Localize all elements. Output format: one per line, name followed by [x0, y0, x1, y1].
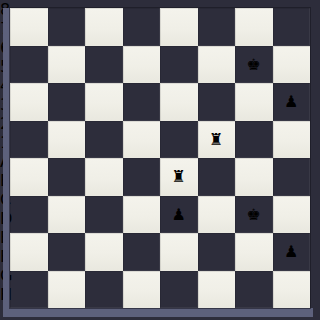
square-h4[interactable] — [273, 158, 311, 196]
square-e7[interactable] — [160, 46, 198, 84]
square-f3[interactable] — [198, 196, 236, 234]
square-d3[interactable] — [123, 196, 161, 234]
square-b5[interactable] — [48, 121, 86, 159]
square-g8[interactable] — [235, 8, 273, 46]
square-g2[interactable] — [235, 233, 273, 271]
square-f4[interactable] — [198, 158, 236, 196]
board-frame-bottom — [3, 308, 313, 317]
square-a1[interactable] — [10, 271, 48, 309]
square-e8[interactable] — [160, 8, 198, 46]
piece-black-pawn[interactable]: ♟ — [172, 205, 186, 224]
square-c5[interactable] — [85, 121, 123, 159]
square-d4[interactable] — [123, 158, 161, 196]
square-d7[interactable] — [123, 46, 161, 84]
square-e6[interactable] — [160, 83, 198, 121]
square-d2[interactable] — [123, 233, 161, 271]
square-c8[interactable] — [85, 8, 123, 46]
square-a7[interactable] — [10, 46, 48, 84]
square-c6[interactable] — [85, 83, 123, 121]
square-g1[interactable] — [235, 271, 273, 309]
square-f6[interactable] — [198, 83, 236, 121]
square-d1[interactable] — [123, 271, 161, 309]
square-b8[interactable] — [48, 8, 86, 46]
square-h8[interactable] — [273, 8, 311, 46]
piece-black-rook[interactable]: ♜ — [209, 130, 223, 149]
piece-white-pawn[interactable]: ♟ — [284, 242, 298, 261]
square-h2[interactable]: ♟ — [273, 233, 311, 271]
piece-black-king[interactable]: ♚ — [247, 55, 261, 74]
square-c1[interactable] — [85, 271, 123, 309]
square-b1[interactable] — [48, 271, 86, 309]
piece-black-pawn[interactable]: ♟ — [284, 92, 298, 111]
square-b7[interactable] — [48, 46, 86, 84]
square-e2[interactable] — [160, 233, 198, 271]
square-f2[interactable] — [198, 233, 236, 271]
square-g3[interactable]: ♚ — [235, 196, 273, 234]
square-f8[interactable] — [198, 8, 236, 46]
square-g7[interactable]: ♚ — [235, 46, 273, 84]
square-a4[interactable] — [10, 158, 48, 196]
square-b6[interactable] — [48, 83, 86, 121]
square-b2[interactable] — [48, 233, 86, 271]
square-a8[interactable] — [10, 8, 48, 46]
square-e5[interactable] — [160, 121, 198, 159]
piece-white-rook[interactable]: ♜ — [172, 167, 186, 186]
chess-diagram: 87654321 ABCDEFGH ♚♟♜♜♟♚♟ — [0, 0, 320, 320]
square-a2[interactable] — [10, 233, 48, 271]
square-e3[interactable]: ♟ — [160, 196, 198, 234]
square-g5[interactable] — [235, 121, 273, 159]
square-c3[interactable] — [85, 196, 123, 234]
square-e1[interactable] — [160, 271, 198, 309]
square-d8[interactable] — [123, 8, 161, 46]
square-h1[interactable] — [273, 271, 311, 309]
square-g4[interactable] — [235, 158, 273, 196]
square-b3[interactable] — [48, 196, 86, 234]
square-f5[interactable]: ♜ — [198, 121, 236, 159]
square-b4[interactable] — [48, 158, 86, 196]
piece-white-king[interactable]: ♚ — [247, 205, 261, 224]
square-d5[interactable] — [123, 121, 161, 159]
square-a6[interactable] — [10, 83, 48, 121]
square-h3[interactable] — [273, 196, 311, 234]
square-c7[interactable] — [85, 46, 123, 84]
square-c2[interactable] — [85, 233, 123, 271]
square-c4[interactable] — [85, 158, 123, 196]
square-f7[interactable] — [198, 46, 236, 84]
board: ♚♟♜♜♟♚♟ — [10, 8, 310, 308]
square-h5[interactable] — [273, 121, 311, 159]
square-d6[interactable] — [123, 83, 161, 121]
square-e4[interactable]: ♜ — [160, 158, 198, 196]
square-a3[interactable] — [10, 196, 48, 234]
square-a5[interactable] — [10, 121, 48, 159]
square-h6[interactable]: ♟ — [273, 83, 311, 121]
square-h7[interactable] — [273, 46, 311, 84]
square-f1[interactable] — [198, 271, 236, 309]
board-frame-left — [3, 8, 10, 317]
square-g6[interactable] — [235, 83, 273, 121]
